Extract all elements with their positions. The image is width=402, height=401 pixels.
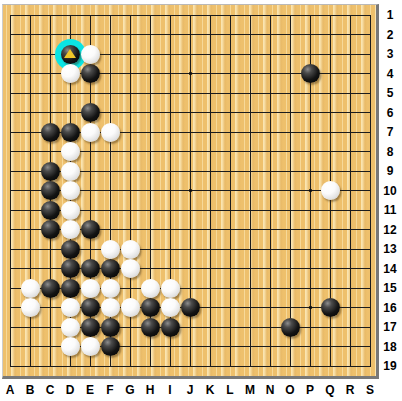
row-label-3: 3	[378, 47, 402, 61]
column-label-M: M	[240, 383, 260, 397]
row-label-6: 6	[378, 106, 402, 120]
row-label-17: 17	[378, 320, 402, 334]
row-label-2: 2	[378, 28, 402, 42]
column-label-C: C	[40, 383, 60, 397]
column-label-P: P	[300, 383, 320, 397]
column-label-N: N	[260, 383, 280, 397]
row-label-13: 13	[378, 242, 402, 256]
column-label-R: R	[340, 383, 360, 397]
go-game-screenshot: ABCDEFGHIJKLMNOPQRS123456789101112131415…	[0, 0, 402, 401]
column-label-H: H	[140, 383, 160, 397]
column-label-J: J	[180, 383, 200, 397]
row-label-9: 9	[378, 164, 402, 178]
column-label-Q: Q	[320, 383, 340, 397]
row-label-15: 15	[378, 281, 402, 295]
row-label-10: 10	[378, 184, 402, 198]
row-label-8: 8	[378, 145, 402, 159]
column-label-E: E	[80, 383, 100, 397]
row-label-4: 4	[378, 67, 402, 81]
row-label-14: 14	[378, 262, 402, 276]
row-label-1: 1	[378, 8, 402, 22]
column-label-S: S	[360, 383, 380, 397]
column-label-F: F	[100, 383, 120, 397]
row-label-5: 5	[378, 86, 402, 100]
row-label-7: 7	[378, 125, 402, 139]
column-label-G: G	[120, 383, 140, 397]
column-label-K: K	[200, 383, 220, 397]
column-label-A: A	[0, 383, 20, 397]
column-label-B: B	[20, 383, 40, 397]
column-label-L: L	[220, 383, 240, 397]
row-label-18: 18	[378, 340, 402, 354]
row-label-19: 19	[378, 359, 402, 373]
row-label-11: 11	[378, 203, 402, 217]
row-label-16: 16	[378, 301, 402, 315]
row-label-12: 12	[378, 223, 402, 237]
column-label-I: I	[160, 383, 180, 397]
column-label-O: O	[280, 383, 300, 397]
goban-board[interactable]	[2, 4, 379, 379]
column-label-D: D	[60, 383, 80, 397]
